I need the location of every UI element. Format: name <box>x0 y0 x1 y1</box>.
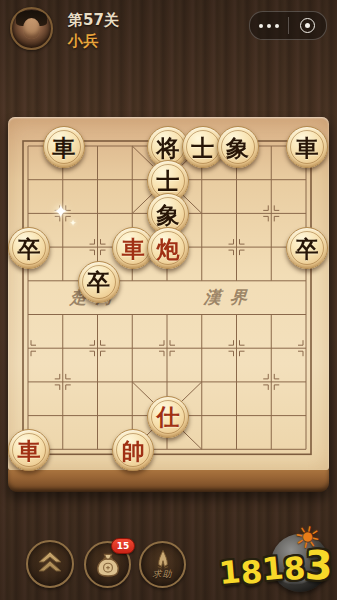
piece-glyph: 卒 <box>18 237 41 260</box>
capsule-exit-button[interactable] <box>289 12 327 39</box>
player-avatar[interactable] <box>10 7 53 50</box>
menu-button[interactable] <box>26 540 74 588</box>
piece-glyph: 士 <box>191 136 214 159</box>
wechat-capsule <box>249 11 327 40</box>
piece-仕-red[interactable]: 仕 <box>147 396 189 438</box>
piece-glyph: 卒 <box>87 270 110 293</box>
capsule-more-button[interactable] <box>250 12 288 39</box>
river-label-right: 漢界 <box>203 286 257 309</box>
piece-glyph: 車 <box>18 439 41 462</box>
piece-glyph: 象 <box>157 203 180 226</box>
piece-glyph: 将 <box>157 136 180 159</box>
level-title: 第57关 <box>68 11 119 30</box>
piece-glyph: 炮 <box>157 237 180 260</box>
board-surface[interactable]: 楚河 漢界 車将士象車士象卒車炮卒卒仕車帥 <box>8 117 329 470</box>
watermark-text: 18183 <box>217 541 335 597</box>
watermark-18183: ☀ 18183 <box>217 518 335 598</box>
help-button[interactable]: 求助 <box>139 541 186 588</box>
help-button-label: 求助 <box>153 568 173 581</box>
more-dots-icon <box>259 24 279 28</box>
piece-車-black[interactable]: 車 <box>286 126 328 168</box>
piece-象-black[interactable]: 象 <box>217 126 259 168</box>
items-button[interactable]: 15 <box>84 541 131 588</box>
top-bar: 第57关 小兵 <box>0 0 337 58</box>
piece-glyph: 仕 <box>157 405 180 428</box>
piece-glyph: 車 <box>122 237 145 260</box>
piece-車-red[interactable]: 車 <box>8 429 50 471</box>
piece-卒-black[interactable]: 卒 <box>286 227 328 269</box>
piece-炮-red[interactable]: 炮 <box>147 227 189 269</box>
piece-glyph: 卒 <box>296 237 319 260</box>
piece-glyph: 帥 <box>122 439 145 462</box>
rank-label: 小兵 <box>68 32 98 51</box>
piece-卒-black[interactable]: 卒 <box>8 227 50 269</box>
board-edge <box>8 467 329 492</box>
piece-glyph: 車 <box>52 136 75 159</box>
piece-glyph: 士 <box>157 169 180 192</box>
chevrons-up-icon <box>35 551 65 577</box>
items-badge: 15 <box>111 538 135 554</box>
piece-卒-black[interactable]: 卒 <box>78 261 120 303</box>
xiangqi-board: 楚河 漢界 車将士象車士象卒車炮卒卒仕車帥 <box>8 117 329 492</box>
target-circle-icon <box>300 18 315 33</box>
piece-glyph: 象 <box>226 136 249 159</box>
money-bag-icon <box>93 550 123 580</box>
piece-車-black[interactable]: 車 <box>43 126 85 168</box>
piece-glyph: 車 <box>296 136 319 159</box>
